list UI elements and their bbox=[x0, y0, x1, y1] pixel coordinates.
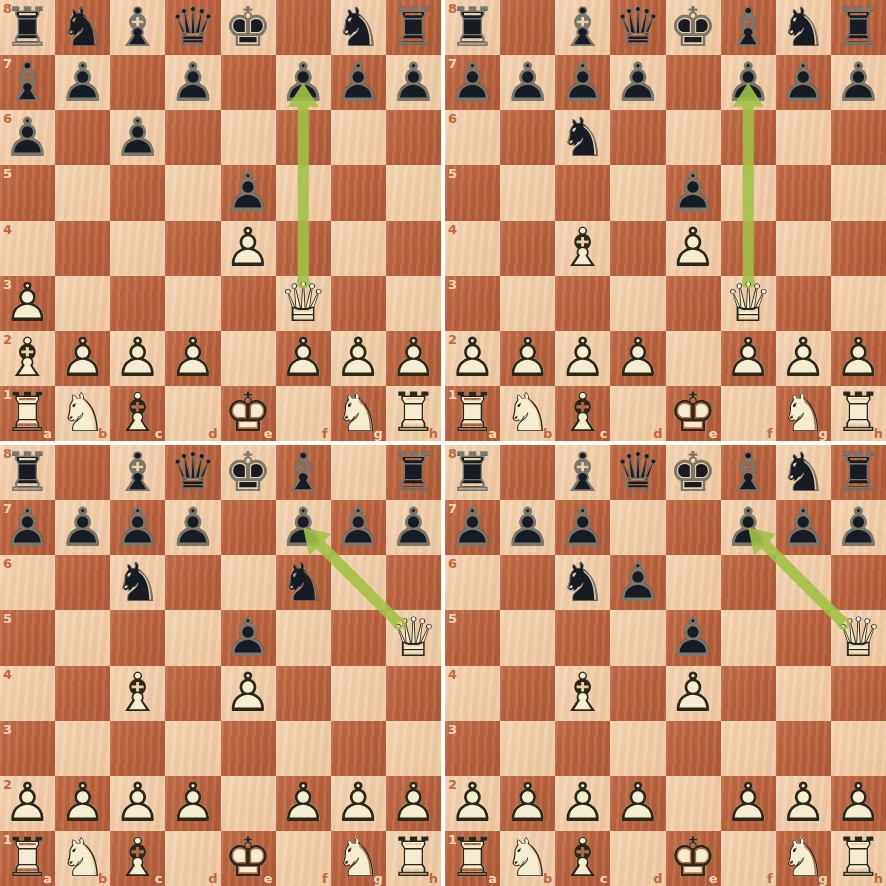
square-d2[interactable]: ♟♙ bbox=[165, 776, 220, 831]
square-e2[interactable] bbox=[221, 331, 276, 386]
square-e6[interactable] bbox=[221, 110, 276, 165]
square-h1[interactable]: h♜♖ bbox=[831, 386, 886, 441]
square-b2[interactable]: ♟♙ bbox=[500, 331, 555, 386]
black-pawn[interactable]: ♟♙ bbox=[831, 500, 886, 555]
black-pawn[interactable]: ♟♙ bbox=[331, 55, 386, 110]
square-c1[interactable]: c♝♗ bbox=[110, 831, 165, 886]
black-rook[interactable]: ♜♖ bbox=[445, 445, 500, 500]
square-f7[interactable]: ♟♙ bbox=[276, 55, 331, 110]
square-h4[interactable] bbox=[831, 221, 886, 276]
square-d7[interactable]: ♟♙ bbox=[165, 55, 220, 110]
square-c3[interactable] bbox=[110, 721, 165, 776]
square-d6[interactable] bbox=[165, 110, 220, 165]
white-pawn[interactable]: ♟♙ bbox=[110, 776, 165, 831]
square-d7[interactable] bbox=[610, 500, 665, 555]
black-king[interactable]: ♚♔ bbox=[221, 445, 276, 500]
black-pawn[interactable]: ♟♙ bbox=[776, 500, 831, 555]
square-f8[interactable]: ♝♗ bbox=[276, 445, 331, 500]
square-b7[interactable]: ♟♙ bbox=[500, 55, 555, 110]
white-pawn[interactable]: ♟♙ bbox=[831, 776, 886, 831]
square-h2[interactable]: ♟♙ bbox=[831, 331, 886, 386]
square-a8[interactable]: 8♜♖ bbox=[0, 445, 55, 500]
square-c7[interactable]: ♟♙ bbox=[110, 500, 165, 555]
square-d1[interactable]: d bbox=[165, 831, 220, 886]
square-b1[interactable]: b♞♘ bbox=[500, 831, 555, 886]
square-g7[interactable]: ♟♙ bbox=[331, 55, 386, 110]
white-pawn[interactable]: ♟♙ bbox=[500, 776, 555, 831]
square-f5[interactable] bbox=[721, 165, 776, 220]
black-queen[interactable]: ♛♕ bbox=[165, 0, 220, 55]
square-c2[interactable]: ♟♙ bbox=[555, 331, 610, 386]
black-knight[interactable]: ♞♘ bbox=[776, 0, 831, 55]
black-pawn[interactable]: ♟♙ bbox=[500, 500, 555, 555]
white-rook[interactable]: ♜♖ bbox=[0, 386, 55, 441]
square-d2[interactable]: ♟♙ bbox=[610, 776, 665, 831]
black-pawn[interactable]: ♟♙ bbox=[666, 165, 721, 220]
square-e4[interactable]: ♟♙ bbox=[666, 666, 721, 721]
white-bishop[interactable]: ♝♗ bbox=[555, 666, 610, 721]
black-rook[interactable]: ♜♖ bbox=[831, 445, 886, 500]
square-b1[interactable]: b♞♘ bbox=[55, 831, 110, 886]
square-h2[interactable]: ♟♙ bbox=[386, 776, 441, 831]
black-pawn[interactable]: ♟♙ bbox=[276, 500, 331, 555]
square-a2[interactable]: 2♟♙ bbox=[445, 776, 500, 831]
square-g5[interactable] bbox=[331, 165, 386, 220]
square-a1[interactable]: 1a♜♖ bbox=[445, 386, 500, 441]
square-g8[interactable]: ♞♘ bbox=[331, 0, 386, 55]
square-d5[interactable] bbox=[165, 165, 220, 220]
white-pawn[interactable]: ♟♙ bbox=[165, 331, 220, 386]
black-pawn[interactable]: ♟♙ bbox=[386, 55, 441, 110]
square-h5[interactable]: ♛♕ bbox=[386, 610, 441, 665]
square-h2[interactable]: ♟♙ bbox=[831, 776, 886, 831]
square-h4[interactable] bbox=[831, 666, 886, 721]
white-pawn[interactable]: ♟♙ bbox=[610, 776, 665, 831]
square-h7[interactable]: ♟♙ bbox=[831, 55, 886, 110]
white-pawn[interactable]: ♟♙ bbox=[776, 776, 831, 831]
square-a4[interactable]: 4 bbox=[445, 666, 500, 721]
square-d2[interactable]: ♟♙ bbox=[165, 331, 220, 386]
square-d5[interactable] bbox=[610, 165, 665, 220]
black-bishop[interactable]: ♝♗ bbox=[0, 55, 55, 110]
square-d8[interactable]: ♛♕ bbox=[610, 0, 665, 55]
square-h3[interactable] bbox=[386, 721, 441, 776]
square-g3[interactable] bbox=[776, 276, 831, 331]
square-h3[interactable] bbox=[831, 721, 886, 776]
square-g3[interactable] bbox=[331, 721, 386, 776]
square-e1[interactable]: e♚♔ bbox=[221, 386, 276, 441]
square-b3[interactable] bbox=[55, 721, 110, 776]
square-c8[interactable]: ♝♗ bbox=[110, 0, 165, 55]
white-knight[interactable]: ♞♘ bbox=[500, 386, 555, 441]
white-queen[interactable]: ♛♕ bbox=[721, 276, 776, 331]
white-pawn[interactable]: ♟♙ bbox=[276, 776, 331, 831]
square-d4[interactable] bbox=[610, 221, 665, 276]
square-f8[interactable] bbox=[276, 0, 331, 55]
square-e2[interactable] bbox=[221, 776, 276, 831]
square-e4[interactable]: ♟♙ bbox=[221, 221, 276, 276]
square-g8[interactable]: ♞♘ bbox=[776, 445, 831, 500]
square-g1[interactable]: g♞♘ bbox=[776, 831, 831, 886]
white-pawn[interactable]: ♟♙ bbox=[831, 331, 886, 386]
white-pawn[interactable]: ♟♙ bbox=[55, 776, 110, 831]
white-bishop[interactable]: ♝♗ bbox=[110, 386, 165, 441]
white-knight[interactable]: ♞♘ bbox=[500, 831, 555, 886]
square-d3[interactable] bbox=[165, 276, 220, 331]
white-pawn[interactable]: ♟♙ bbox=[221, 666, 276, 721]
black-pawn[interactable]: ♟♙ bbox=[721, 500, 776, 555]
white-pawn[interactable]: ♟♙ bbox=[445, 776, 500, 831]
square-c7[interactable]: ♟♙ bbox=[555, 500, 610, 555]
square-a7[interactable]: 7♟♙ bbox=[445, 500, 500, 555]
square-c3[interactable] bbox=[110, 276, 165, 331]
white-rook[interactable]: ♜♖ bbox=[831, 386, 886, 441]
square-f5[interactable] bbox=[276, 610, 331, 665]
black-pawn[interactable]: ♟♙ bbox=[110, 110, 165, 165]
black-rook[interactable]: ♜♖ bbox=[0, 0, 55, 55]
white-king[interactable]: ♚♔ bbox=[221, 831, 276, 886]
square-h4[interactable] bbox=[386, 221, 441, 276]
square-d6[interactable] bbox=[610, 110, 665, 165]
square-e5[interactable]: ♟♙ bbox=[666, 165, 721, 220]
square-a6[interactable]: 6 bbox=[445, 555, 500, 610]
square-h8[interactable]: ♜♖ bbox=[831, 0, 886, 55]
square-f6[interactable] bbox=[276, 110, 331, 165]
square-f4[interactable] bbox=[721, 666, 776, 721]
square-e7[interactable] bbox=[666, 55, 721, 110]
square-b3[interactable] bbox=[55, 276, 110, 331]
white-queen[interactable]: ♛♕ bbox=[831, 610, 886, 665]
white-queen[interactable]: ♛♕ bbox=[276, 276, 331, 331]
square-f8[interactable]: ♝♗ bbox=[721, 445, 776, 500]
black-pawn[interactable]: ♟♙ bbox=[276, 55, 331, 110]
square-d6[interactable] bbox=[165, 555, 220, 610]
black-pawn[interactable]: ♟♙ bbox=[666, 610, 721, 665]
white-king[interactable]: ♚♔ bbox=[666, 831, 721, 886]
square-g8[interactable]: ♞♘ bbox=[776, 0, 831, 55]
square-a4[interactable]: 4 bbox=[445, 221, 500, 276]
white-pawn[interactable]: ♟♙ bbox=[276, 331, 331, 386]
square-c2[interactable]: ♟♙ bbox=[110, 776, 165, 831]
square-b8[interactable]: ♞♘ bbox=[55, 0, 110, 55]
black-pawn[interactable]: ♟♙ bbox=[221, 165, 276, 220]
square-b7[interactable]: ♟♙ bbox=[55, 500, 110, 555]
white-pawn[interactable]: ♟♙ bbox=[0, 776, 55, 831]
square-d7[interactable]: ♟♙ bbox=[165, 500, 220, 555]
square-a2[interactable]: 2♝♗ bbox=[0, 331, 55, 386]
white-knight[interactable]: ♞♘ bbox=[776, 831, 831, 886]
square-a4[interactable]: 4 bbox=[0, 221, 55, 276]
white-rook[interactable]: ♜♖ bbox=[445, 386, 500, 441]
black-bishop[interactable]: ♝♗ bbox=[555, 445, 610, 500]
white-pawn[interactable]: ♟♙ bbox=[721, 776, 776, 831]
square-a6[interactable]: 6♟♙ bbox=[0, 110, 55, 165]
square-e1[interactable]: e♚♔ bbox=[221, 831, 276, 886]
black-pawn[interactable]: ♟♙ bbox=[0, 500, 55, 555]
square-b1[interactable]: b♞♘ bbox=[500, 386, 555, 441]
black-queen[interactable]: ♛♕ bbox=[610, 445, 665, 500]
square-e7[interactable] bbox=[221, 500, 276, 555]
black-queen[interactable]: ♛♕ bbox=[165, 445, 220, 500]
square-c3[interactable] bbox=[555, 721, 610, 776]
square-a6[interactable]: 6 bbox=[0, 555, 55, 610]
square-f4[interactable] bbox=[721, 221, 776, 276]
square-d3[interactable] bbox=[610, 276, 665, 331]
square-h5[interactable] bbox=[831, 165, 886, 220]
white-pawn[interactable]: ♟♙ bbox=[721, 331, 776, 386]
black-king[interactable]: ♚♔ bbox=[666, 0, 721, 55]
black-pawn[interactable]: ♟♙ bbox=[831, 55, 886, 110]
white-pawn[interactable]: ♟♙ bbox=[55, 331, 110, 386]
white-pawn[interactable]: ♟♙ bbox=[221, 221, 276, 276]
square-h5[interactable] bbox=[386, 165, 441, 220]
square-c4[interactable] bbox=[110, 221, 165, 276]
square-g6[interactable] bbox=[776, 110, 831, 165]
square-e3[interactable] bbox=[221, 276, 276, 331]
white-pawn[interactable]: ♟♙ bbox=[386, 331, 441, 386]
square-f6[interactable]: ♞♘ bbox=[276, 555, 331, 610]
black-pawn[interactable]: ♟♙ bbox=[165, 55, 220, 110]
square-h1[interactable]: h♜♖ bbox=[386, 386, 441, 441]
square-c2[interactable]: ♟♙ bbox=[110, 331, 165, 386]
black-pawn[interactable]: ♟♙ bbox=[555, 500, 610, 555]
square-c4[interactable]: ♝♗ bbox=[555, 221, 610, 276]
black-pawn[interactable]: ♟♙ bbox=[165, 500, 220, 555]
white-pawn[interactable]: ♟♙ bbox=[555, 776, 610, 831]
square-e7[interactable] bbox=[221, 55, 276, 110]
square-g5[interactable] bbox=[776, 165, 831, 220]
square-g5[interactable] bbox=[776, 610, 831, 665]
square-a3[interactable]: 3♟♙ bbox=[0, 276, 55, 331]
square-g7[interactable]: ♟♙ bbox=[776, 500, 831, 555]
square-c5[interactable] bbox=[110, 610, 165, 665]
square-e1[interactable]: e♚♔ bbox=[666, 386, 721, 441]
square-f2[interactable]: ♟♙ bbox=[721, 776, 776, 831]
white-pawn[interactable]: ♟♙ bbox=[500, 331, 555, 386]
square-b5[interactable] bbox=[55, 610, 110, 665]
square-g6[interactable] bbox=[331, 110, 386, 165]
black-rook[interactable]: ♜♖ bbox=[445, 0, 500, 55]
square-e8[interactable]: ♚♔ bbox=[221, 445, 276, 500]
square-a7[interactable]: 7♟♙ bbox=[445, 55, 500, 110]
square-d7[interactable]: ♟♙ bbox=[610, 55, 665, 110]
white-bishop[interactable]: ♝♗ bbox=[0, 331, 55, 386]
square-a8[interactable]: 8♜♖ bbox=[445, 0, 500, 55]
black-pawn[interactable]: ♟♙ bbox=[610, 55, 665, 110]
black-bishop[interactable]: ♝♗ bbox=[276, 445, 331, 500]
square-c5[interactable] bbox=[555, 165, 610, 220]
square-f3[interactable]: ♛♕ bbox=[721, 276, 776, 331]
black-knight[interactable]: ♞♘ bbox=[331, 0, 386, 55]
black-pawn[interactable]: ♟♙ bbox=[610, 555, 665, 610]
square-d5[interactable] bbox=[610, 610, 665, 665]
square-f2[interactable]: ♟♙ bbox=[721, 331, 776, 386]
square-c3[interactable] bbox=[555, 276, 610, 331]
square-h8[interactable]: ♜♖ bbox=[386, 0, 441, 55]
square-a1[interactable]: 1a♜♖ bbox=[0, 386, 55, 441]
square-b6[interactable] bbox=[500, 110, 555, 165]
square-b6[interactable] bbox=[55, 110, 110, 165]
square-c1[interactable]: c♝♗ bbox=[555, 386, 610, 441]
square-d3[interactable] bbox=[165, 721, 220, 776]
square-c6[interactable]: ♟♙ bbox=[110, 110, 165, 165]
white-rook[interactable]: ♜♖ bbox=[386, 386, 441, 441]
white-pawn[interactable]: ♟♙ bbox=[666, 666, 721, 721]
square-g4[interactable] bbox=[331, 666, 386, 721]
square-h7[interactable]: ♟♙ bbox=[386, 55, 441, 110]
square-e3[interactable] bbox=[221, 721, 276, 776]
square-g3[interactable] bbox=[776, 721, 831, 776]
square-a8[interactable]: 8♜♖ bbox=[445, 445, 500, 500]
square-b3[interactable] bbox=[500, 721, 555, 776]
square-d8[interactable]: ♛♕ bbox=[610, 445, 665, 500]
white-pawn[interactable]: ♟♙ bbox=[555, 331, 610, 386]
square-h6[interactable] bbox=[831, 110, 886, 165]
square-g4[interactable] bbox=[776, 666, 831, 721]
square-e5[interactable]: ♟♙ bbox=[221, 610, 276, 665]
square-h6[interactable] bbox=[831, 555, 886, 610]
square-e6[interactable] bbox=[666, 555, 721, 610]
black-bishop[interactable]: ♝♗ bbox=[555, 0, 610, 55]
square-c6[interactable]: ♞♘ bbox=[110, 555, 165, 610]
square-f5[interactable] bbox=[721, 610, 776, 665]
square-e4[interactable]: ♟♙ bbox=[221, 666, 276, 721]
square-a6[interactable]: 6 bbox=[445, 110, 500, 165]
square-g4[interactable] bbox=[331, 221, 386, 276]
square-e2[interactable] bbox=[666, 331, 721, 386]
black-king[interactable]: ♚♔ bbox=[221, 0, 276, 55]
square-b3[interactable] bbox=[500, 276, 555, 331]
black-bishop[interactable]: ♝♗ bbox=[110, 445, 165, 500]
black-pawn[interactable]: ♟♙ bbox=[221, 610, 276, 665]
square-f4[interactable] bbox=[276, 221, 331, 276]
white-bishop[interactable]: ♝♗ bbox=[110, 666, 165, 721]
square-e8[interactable]: ♚♔ bbox=[666, 0, 721, 55]
square-e2[interactable] bbox=[666, 776, 721, 831]
square-h3[interactable] bbox=[831, 276, 886, 331]
square-a3[interactable]: 3 bbox=[0, 721, 55, 776]
square-e6[interactable] bbox=[221, 555, 276, 610]
square-c6[interactable]: ♞♘ bbox=[555, 555, 610, 610]
square-a2[interactable]: 2♟♙ bbox=[0, 776, 55, 831]
square-a1[interactable]: 1a♜♖ bbox=[0, 831, 55, 886]
square-f2[interactable]: ♟♙ bbox=[276, 331, 331, 386]
square-c5[interactable] bbox=[555, 610, 610, 665]
square-b4[interactable] bbox=[500, 221, 555, 276]
square-d5[interactable] bbox=[165, 610, 220, 665]
square-c8[interactable]: ♝♗ bbox=[555, 445, 610, 500]
square-a5[interactable]: 5 bbox=[445, 610, 500, 665]
square-h6[interactable] bbox=[386, 555, 441, 610]
square-h7[interactable]: ♟♙ bbox=[386, 500, 441, 555]
white-queen[interactable]: ♛♕ bbox=[386, 610, 441, 665]
square-d1[interactable]: d bbox=[610, 831, 665, 886]
square-b5[interactable] bbox=[500, 610, 555, 665]
square-d1[interactable]: d bbox=[165, 386, 220, 441]
square-f1[interactable]: f bbox=[721, 831, 776, 886]
square-f6[interactable] bbox=[721, 555, 776, 610]
square-g5[interactable] bbox=[331, 610, 386, 665]
square-f3[interactable] bbox=[721, 721, 776, 776]
square-a3[interactable]: 3 bbox=[445, 721, 500, 776]
square-b8[interactable] bbox=[500, 0, 555, 55]
square-h8[interactable]: ♜♖ bbox=[831, 445, 886, 500]
square-h8[interactable]: ♜♖ bbox=[386, 445, 441, 500]
black-pawn[interactable]: ♟♙ bbox=[110, 500, 165, 555]
white-pawn[interactable]: ♟♙ bbox=[0, 276, 55, 331]
black-pawn[interactable]: ♟♙ bbox=[555, 55, 610, 110]
square-c7[interactable] bbox=[110, 55, 165, 110]
square-g2[interactable]: ♟♙ bbox=[331, 776, 386, 831]
white-pawn[interactable]: ♟♙ bbox=[331, 331, 386, 386]
white-rook[interactable]: ♜♖ bbox=[386, 831, 441, 886]
square-f6[interactable] bbox=[721, 110, 776, 165]
white-pawn[interactable]: ♟♙ bbox=[386, 776, 441, 831]
square-f7[interactable]: ♟♙ bbox=[276, 500, 331, 555]
white-pawn[interactable]: ♟♙ bbox=[331, 776, 386, 831]
black-pawn[interactable]: ♟♙ bbox=[55, 55, 110, 110]
square-c4[interactable]: ♝♗ bbox=[110, 666, 165, 721]
square-a3[interactable]: 3 bbox=[445, 276, 500, 331]
square-f5[interactable] bbox=[276, 165, 331, 220]
black-bishop[interactable]: ♝♗ bbox=[110, 0, 165, 55]
black-pawn[interactable]: ♟♙ bbox=[721, 55, 776, 110]
square-f3[interactable] bbox=[276, 721, 331, 776]
white-pawn[interactable]: ♟♙ bbox=[666, 221, 721, 276]
square-h1[interactable]: h♜♖ bbox=[386, 831, 441, 886]
black-rook[interactable]: ♜♖ bbox=[386, 0, 441, 55]
square-f3[interactable]: ♛♕ bbox=[276, 276, 331, 331]
white-pawn[interactable]: ♟♙ bbox=[776, 331, 831, 386]
square-b8[interactable] bbox=[500, 445, 555, 500]
square-a5[interactable]: 5 bbox=[0, 610, 55, 665]
black-knight[interactable]: ♞♘ bbox=[555, 110, 610, 165]
black-bishop[interactable]: ♝♗ bbox=[721, 0, 776, 55]
square-g2[interactable]: ♟♙ bbox=[331, 331, 386, 386]
square-g1[interactable]: g♞♘ bbox=[331, 831, 386, 886]
black-pawn[interactable]: ♟♙ bbox=[445, 500, 500, 555]
black-pawn[interactable]: ♟♙ bbox=[776, 55, 831, 110]
square-e1[interactable]: e♚♔ bbox=[666, 831, 721, 886]
white-pawn[interactable]: ♟♙ bbox=[610, 331, 665, 386]
square-f1[interactable]: f bbox=[276, 386, 331, 441]
square-c5[interactable] bbox=[110, 165, 165, 220]
square-g1[interactable]: g♞♘ bbox=[331, 386, 386, 441]
square-e8[interactable]: ♚♔ bbox=[666, 445, 721, 500]
square-d4[interactable] bbox=[610, 666, 665, 721]
black-bishop[interactable]: ♝♗ bbox=[721, 445, 776, 500]
black-rook[interactable]: ♜♖ bbox=[386, 445, 441, 500]
square-g3[interactable] bbox=[331, 276, 386, 331]
square-e3[interactable] bbox=[666, 721, 721, 776]
square-e5[interactable]: ♟♙ bbox=[221, 165, 276, 220]
square-f7[interactable]: ♟♙ bbox=[721, 500, 776, 555]
black-pawn[interactable]: ♟♙ bbox=[445, 55, 500, 110]
black-pawn[interactable]: ♟♙ bbox=[500, 55, 555, 110]
white-bishop[interactable]: ♝♗ bbox=[555, 221, 610, 276]
square-a2[interactable]: 2♟♙ bbox=[445, 331, 500, 386]
square-d2[interactable]: ♟♙ bbox=[610, 331, 665, 386]
square-f7[interactable]: ♟♙ bbox=[721, 55, 776, 110]
square-h3[interactable] bbox=[386, 276, 441, 331]
black-rook[interactable]: ♜♖ bbox=[831, 0, 886, 55]
white-king[interactable]: ♚♔ bbox=[221, 386, 276, 441]
square-b2[interactable]: ♟♙ bbox=[55, 776, 110, 831]
square-b7[interactable]: ♟♙ bbox=[500, 500, 555, 555]
white-knight[interactable]: ♞♘ bbox=[331, 831, 386, 886]
square-b4[interactable] bbox=[500, 666, 555, 721]
square-d8[interactable]: ♛♕ bbox=[165, 0, 220, 55]
